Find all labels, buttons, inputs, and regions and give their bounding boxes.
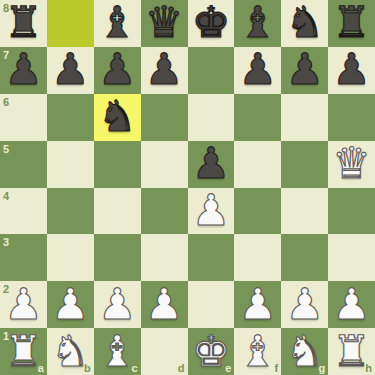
square-e3[interactable] — [188, 234, 235, 281]
square-h8[interactable]: ♜ — [328, 0, 375, 47]
square-d1[interactable]: d — [141, 328, 188, 375]
square-d4[interactable] — [141, 188, 188, 235]
square-d8[interactable]: ♛ — [141, 0, 188, 47]
square-h7[interactable]: ♟ — [328, 47, 375, 94]
square-e1[interactable]: e♚ — [188, 328, 235, 375]
square-a6[interactable]: 6 — [0, 94, 47, 141]
square-a3[interactable]: 3 — [0, 234, 47, 281]
white-bishop[interactable]: ♝ — [98, 328, 137, 373]
square-a4[interactable]: 4 — [0, 188, 47, 235]
square-c7[interactable]: ♟ — [94, 47, 141, 94]
square-b8[interactable] — [47, 0, 94, 47]
square-g6[interactable] — [281, 94, 328, 141]
white-king[interactable]: ♚ — [192, 328, 231, 373]
square-b7[interactable]: ♟ — [47, 47, 94, 94]
rank-label-6: 6 — [3, 96, 9, 108]
file-label-d: d — [178, 362, 185, 374]
white-pawn[interactable]: ♟ — [4, 281, 43, 326]
square-c4[interactable] — [94, 188, 141, 235]
square-b6[interactable] — [47, 94, 94, 141]
black-king[interactable]: ♚ — [192, 0, 231, 45]
square-g3[interactable] — [281, 234, 328, 281]
square-c5[interactable] — [94, 141, 141, 188]
square-g7[interactable]: ♟ — [281, 47, 328, 94]
square-f6[interactable] — [234, 94, 281, 141]
square-g8[interactable]: ♞ — [281, 0, 328, 47]
square-f7[interactable]: ♟ — [234, 47, 281, 94]
square-b4[interactable] — [47, 188, 94, 235]
square-f3[interactable] — [234, 234, 281, 281]
square-h6[interactable] — [328, 94, 375, 141]
square-a2[interactable]: 2♟ — [0, 281, 47, 328]
square-g5[interactable] — [281, 141, 328, 188]
square-a8[interactable]: 8♜ — [0, 0, 47, 47]
black-rook[interactable]: ♜ — [4, 0, 43, 45]
white-knight[interactable]: ♞ — [285, 328, 324, 373]
square-f1[interactable]: f♝ — [234, 328, 281, 375]
chess-board: 8♜♝♛♚♝♞♜7♟♟♟♟♟♟♟6♞5♟♛4♟32♟♟♟♟♟♟♟1a♜b♞c♝d… — [0, 0, 375, 375]
square-e6[interactable] — [188, 94, 235, 141]
square-e8[interactable]: ♚ — [188, 0, 235, 47]
black-rook[interactable]: ♜ — [332, 0, 371, 45]
rank-label-4: 4 — [3, 190, 9, 202]
square-g1[interactable]: g♞ — [281, 328, 328, 375]
square-b2[interactable]: ♟ — [47, 281, 94, 328]
square-a1[interactable]: 1a♜ — [0, 328, 47, 375]
black-pawn[interactable]: ♟ — [51, 47, 90, 92]
black-pawn[interactable]: ♟ — [98, 47, 137, 92]
white-knight[interactable]: ♞ — [51, 328, 90, 373]
black-pawn[interactable]: ♟ — [4, 47, 43, 92]
square-c1[interactable]: c♝ — [94, 328, 141, 375]
square-b1[interactable]: b♞ — [47, 328, 94, 375]
square-e7[interactable] — [188, 47, 235, 94]
black-knight[interactable]: ♞ — [98, 94, 137, 139]
square-c8[interactable]: ♝ — [94, 0, 141, 47]
black-bishop[interactable]: ♝ — [239, 0, 278, 45]
white-pawn[interactable]: ♟ — [332, 281, 371, 326]
white-pawn[interactable]: ♟ — [51, 281, 90, 326]
square-b3[interactable] — [47, 234, 94, 281]
black-bishop[interactable]: ♝ — [98, 0, 137, 45]
square-g4[interactable] — [281, 188, 328, 235]
square-f5[interactable] — [234, 141, 281, 188]
square-f4[interactable] — [234, 188, 281, 235]
square-f2[interactable]: ♟ — [234, 281, 281, 328]
black-pawn[interactable]: ♟ — [192, 141, 231, 186]
rank-label-3: 3 — [3, 236, 9, 248]
square-a5[interactable]: 5 — [0, 141, 47, 188]
white-queen[interactable]: ♛ — [332, 141, 371, 186]
square-g2[interactable]: ♟ — [281, 281, 328, 328]
black-pawn[interactable]: ♟ — [239, 47, 278, 92]
white-pawn[interactable]: ♟ — [192, 188, 231, 233]
black-pawn[interactable]: ♟ — [285, 47, 324, 92]
square-h4[interactable] — [328, 188, 375, 235]
square-d2[interactable]: ♟ — [141, 281, 188, 328]
white-bishop[interactable]: ♝ — [239, 328, 278, 373]
square-h5[interactable]: ♛ — [328, 141, 375, 188]
black-pawn[interactable]: ♟ — [145, 47, 184, 92]
square-c2[interactable]: ♟ — [94, 281, 141, 328]
square-e4[interactable]: ♟ — [188, 188, 235, 235]
white-pawn[interactable]: ♟ — [285, 281, 324, 326]
square-h1[interactable]: h♜ — [328, 328, 375, 375]
square-e2[interactable] — [188, 281, 235, 328]
black-knight[interactable]: ♞ — [285, 0, 324, 45]
white-rook[interactable]: ♜ — [4, 328, 43, 373]
white-pawn[interactable]: ♟ — [98, 281, 137, 326]
square-a7[interactable]: 7♟ — [0, 47, 47, 94]
rank-label-5: 5 — [3, 143, 9, 155]
black-pawn[interactable]: ♟ — [332, 47, 371, 92]
square-c6[interactable]: ♞ — [94, 94, 141, 141]
square-d5[interactable] — [141, 141, 188, 188]
square-d3[interactable] — [141, 234, 188, 281]
square-h3[interactable] — [328, 234, 375, 281]
black-queen[interactable]: ♛ — [145, 0, 184, 45]
square-b5[interactable] — [47, 141, 94, 188]
square-f8[interactable]: ♝ — [234, 0, 281, 47]
square-d7[interactable]: ♟ — [141, 47, 188, 94]
square-d6[interactable] — [141, 94, 188, 141]
white-pawn[interactable]: ♟ — [239, 281, 278, 326]
square-e5[interactable]: ♟ — [188, 141, 235, 188]
square-c3[interactable] — [94, 234, 141, 281]
square-h2[interactable]: ♟ — [328, 281, 375, 328]
white-pawn[interactable]: ♟ — [145, 281, 184, 326]
white-rook[interactable]: ♜ — [332, 328, 371, 373]
